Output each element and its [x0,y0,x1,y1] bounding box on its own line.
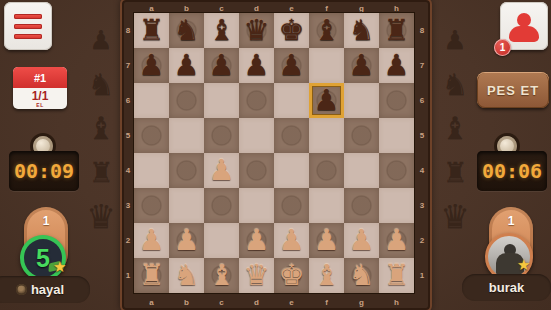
knight-silhouette-icon: ♞ [88,62,115,106]
square-f7[interactable] [309,48,344,83]
rank-label-5: 5 [416,118,428,153]
square-g3[interactable] [344,188,379,223]
piece-white-rook: ♜ [139,258,165,293]
piece-white-king: ♚ [279,258,305,293]
square-a4[interactable] [134,153,169,188]
rank-label-3: 3 [122,188,134,223]
board-grid: ♜♞♝♛♚♝♞♜♟♟♟♟♟♟♟♟♟♟♟♟♟♟♟♟♜♞♝♛♚♝♞♜ [134,13,414,293]
bishop-silhouette-icon: ♝ [441,106,469,150]
round-score-label: EL [36,103,43,108]
file-label-a: a [134,296,169,308]
piece-white-pawn: ♟ [209,153,235,188]
rank-number: #1 [13,67,67,88]
rank-label-8: 8 [122,13,134,48]
square-f1[interactable]: ♝ [309,258,344,293]
square-h6[interactable] [379,83,414,118]
knight-silhouette-icon: ♞ [442,62,469,106]
piece-white-pawn: ♟ [384,223,410,258]
piece-black-pawn: ♟ [279,48,305,83]
pawn-silhouette-icon: ♟ [89,18,112,62]
file-label-b: b [169,296,204,308]
square-b1[interactable]: ♞ [169,258,204,293]
piece-white-rook: ♜ [384,258,410,293]
piece-black-rook: ♜ [139,13,165,48]
square-b6[interactable] [169,83,204,118]
piece-white-bishop: ♝ [314,258,340,293]
file-label-h: h [379,296,414,308]
piece-white-pawn: ♟ [314,223,340,258]
square-e3[interactable] [274,188,309,223]
bishop-silhouette-icon: ♝ [87,106,115,150]
player-name-left-label: hayal [31,282,64,297]
piece-black-pawn: ♟ [244,48,270,83]
square-c1[interactable]: ♝ [204,258,239,293]
notification-badge: 1 [494,39,511,56]
rank-label-3: 3 [416,188,428,223]
square-c7[interactable]: ♟ [204,48,239,83]
square-d6[interactable] [239,83,274,118]
square-c6[interactable] [204,83,239,118]
star-badge-right-icon: ★ [517,256,530,274]
captured-pieces-tray-left: ♟♞♝♜♛ [78,18,124,238]
square-f5[interactable] [309,118,344,153]
piece-white-pawn: ♟ [139,223,165,258]
player-name-left: hayal [0,276,90,303]
queen-silhouette-icon: ♛ [86,194,116,238]
square-b2[interactable]: ♟ [169,223,204,258]
square-h2[interactable]: ♟ [379,223,414,258]
profile-button[interactable]: 1 [500,2,548,50]
piece-white-knight: ♞ [349,258,375,293]
square-b7[interactable]: ♟ [169,48,204,83]
square-h7[interactable]: ♟ [379,48,414,83]
rank-label-2: 2 [416,223,428,258]
square-g1[interactable]: ♞ [344,258,379,293]
piece-white-pawn: ♟ [174,223,200,258]
square-a8[interactable]: ♜ [134,13,169,48]
square-a5[interactable] [134,118,169,153]
rook-silhouette-icon: ♜ [88,150,113,194]
square-d1[interactable]: ♛ [239,258,274,293]
square-c3[interactable] [204,188,239,223]
rank-label-5: 5 [122,118,134,153]
clock-time-left: 00:09 [14,159,74,183]
square-c2[interactable] [204,223,239,258]
square-d4[interactable] [239,153,274,188]
rank-labels-left: 87654321 [122,13,134,293]
piece-black-pawn: ♟ [314,83,340,118]
square-e5[interactable] [274,118,309,153]
captured-pieces-tray-right: ♟♞♝♜♛ [432,18,478,238]
square-d2[interactable]: ♟ [239,223,274,258]
square-b8[interactable]: ♞ [169,13,204,48]
rank-card: #1 1/1 EL [13,67,67,109]
rook-silhouette-icon: ♜ [442,150,467,194]
square-g7[interactable]: ♟ [344,48,379,83]
medal-icon [16,284,27,295]
piece-white-queen: ♛ [244,258,270,293]
piece-black-king: ♚ [279,13,305,48]
square-c5[interactable] [204,118,239,153]
piece-black-pawn: ♟ [384,48,410,83]
square-f4[interactable] [309,153,344,188]
square-d5[interactable] [239,118,274,153]
piece-white-pawn: ♟ [349,223,375,258]
square-g6[interactable] [344,83,379,118]
pawn-silhouette-icon: ♟ [443,18,466,62]
chess-board: abcdefgh 87654321 ♜♞♝♛♚♝♞♜♟♟♟♟♟♟♟♟♟♟♟♟♟♟… [120,0,432,310]
square-e1[interactable]: ♚ [274,258,309,293]
file-label-f: f [309,296,344,308]
star-badge-left-icon: ★ [53,258,66,276]
round-score: 1/1 [32,90,49,102]
person-icon [509,13,539,39]
rank-label-1: 1 [122,258,134,293]
square-e7[interactable]: ♟ [274,48,309,83]
piece-black-rook: ♜ [384,13,410,48]
piece-black-bishop: ♝ [314,13,340,48]
square-f6[interactable]: ♟ [309,83,344,118]
rank-label-6: 6 [416,83,428,118]
file-label-d: d [239,296,274,308]
square-a3[interactable] [134,188,169,223]
piece-black-queen: ♛ [244,13,270,48]
file-label-c: c [204,296,239,308]
file-labels-bottom: abcdefgh [134,296,414,308]
piece-black-knight: ♞ [349,13,375,48]
player-name-right: burak [462,274,551,301]
square-e8[interactable]: ♚ [274,13,309,48]
square-d7[interactable]: ♟ [239,48,274,83]
square-g5[interactable] [344,118,379,153]
square-h8[interactable]: ♜ [379,13,414,48]
piece-white-pawn: ♟ [279,223,305,258]
piece-white-knight: ♞ [174,258,200,293]
square-h3[interactable] [379,188,414,223]
square-f8[interactable]: ♝ [309,13,344,48]
square-b5[interactable] [169,118,204,153]
square-d8[interactable]: ♛ [239,13,274,48]
piece-black-pawn: ♟ [209,48,235,83]
piece-black-pawn: ♟ [349,48,375,83]
square-e6[interactable] [274,83,309,118]
square-b4[interactable] [169,153,204,188]
rank-label-7: 7 [416,48,428,83]
square-a1[interactable]: ♜ [134,258,169,293]
rank-label-8: 8 [416,13,428,48]
rank-label-6: 6 [122,83,134,118]
piece-white-bishop: ♝ [209,258,235,293]
rank-label-1: 1 [416,258,428,293]
square-c8[interactable]: ♝ [204,13,239,48]
square-e2[interactable]: ♟ [274,223,309,258]
chess-app-screen: ♟♞♝♜♛ ♟♞♝♜♛ abcdefgh 87654321 ♜♞♝♛♚♝♞♜♟♟… [0,0,551,310]
player-clock-right: 00:06 [477,151,547,191]
hamburger-icon [14,14,42,19]
player-clock-left: 00:09 [9,151,79,191]
square-a6[interactable] [134,83,169,118]
player-name-right-label: burak [489,280,524,295]
piece-black-pawn: ♟ [174,48,200,83]
square-a2[interactable]: ♟ [134,223,169,258]
rank-label-4: 4 [416,153,428,188]
square-b3[interactable] [169,188,204,223]
square-e4[interactable] [274,153,309,188]
square-g2[interactable]: ♟ [344,223,379,258]
file-label-e: e [274,296,309,308]
square-h5[interactable] [379,118,414,153]
square-c4[interactable]: ♟ [204,153,239,188]
piece-black-pawn: ♟ [139,48,165,83]
square-g4[interactable] [344,153,379,188]
square-h4[interactable] [379,153,414,188]
file-label-g: g [344,296,379,308]
square-d3[interactable] [239,188,274,223]
piece-white-pawn: ♟ [244,223,270,258]
clock-time-right: 00:06 [482,159,542,183]
resign-button[interactable]: PES ET [477,72,549,108]
square-f2[interactable]: ♟ [309,223,344,258]
square-h1[interactable]: ♜ [379,258,414,293]
square-g8[interactable]: ♞ [344,13,379,48]
rank-label-2: 2 [122,223,134,258]
square-f3[interactable] [309,188,344,223]
queen-silhouette-icon: ♛ [440,194,470,238]
rank-labels-right: 87654321 [416,13,428,293]
rank-label-4: 4 [122,153,134,188]
piece-black-bishop: ♝ [209,13,235,48]
rank-label-7: 7 [122,48,134,83]
piece-black-knight: ♞ [174,13,200,48]
square-a7[interactable]: ♟ [134,48,169,83]
menu-button[interactable] [4,2,52,50]
